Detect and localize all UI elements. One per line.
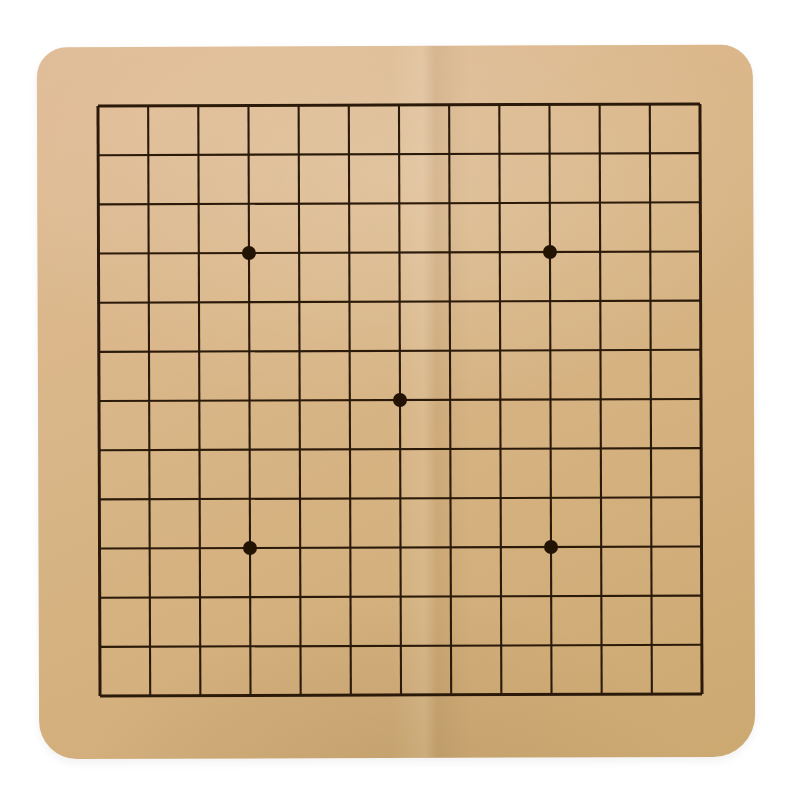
photo-canvas <box>0 0 800 800</box>
grid-line-vertical <box>650 104 652 694</box>
grid-line-horizontal <box>100 694 702 696</box>
grid-line-horizontal <box>100 596 702 598</box>
star-point <box>243 541 257 555</box>
grid-line-horizontal <box>99 497 701 499</box>
star-point <box>544 540 558 554</box>
grid-line-vertical <box>449 105 451 695</box>
grid-line-vertical <box>600 104 602 694</box>
board-grid-svg <box>96 102 704 698</box>
star-point <box>242 246 256 260</box>
star-point <box>393 393 407 407</box>
grid-line-horizontal <box>100 546 702 548</box>
grid-line-horizontal <box>99 448 701 450</box>
board-grid <box>96 102 704 698</box>
grid-line-vertical <box>549 104 551 694</box>
grid-line-horizontal <box>100 645 702 647</box>
grid-line-vertical <box>499 105 501 695</box>
star-point <box>543 245 557 259</box>
grid-line-vertical <box>700 104 702 694</box>
go-board-mat <box>37 45 755 759</box>
